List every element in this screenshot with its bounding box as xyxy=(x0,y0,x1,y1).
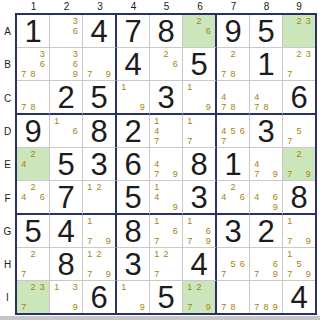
cell-A6[interactable]: 26 xyxy=(183,15,217,48)
pencil-mark-6: 6 xyxy=(171,226,180,236)
cell-G4[interactable]: 8 xyxy=(117,215,150,248)
pencil-marks: 19 xyxy=(117,281,149,313)
pencil-marks: 57 xyxy=(283,115,315,147)
pencil-mark-7: 7 xyxy=(219,269,228,279)
pencil-mark-7: 7 xyxy=(152,269,161,279)
cell-G5[interactable]: 167 xyxy=(150,215,183,248)
pencil-mark-2: 2 xyxy=(94,182,103,192)
cell-F7[interactable]: 246 xyxy=(217,181,250,215)
pencil-mark-4: 4 xyxy=(19,159,28,169)
board: 1364782695233678369794265278123778251931… xyxy=(15,13,317,315)
pencil-mark-7: 7 xyxy=(185,302,194,312)
row-labels: ABCDEFGHI xyxy=(0,15,15,313)
cell-E4[interactable]: 6 xyxy=(117,148,150,181)
cell-F8[interactable]: 469 xyxy=(250,181,283,215)
col-label-2: 2 xyxy=(50,0,83,13)
cell-B1[interactable]: 3678 xyxy=(17,48,50,81)
cell-C7[interactable]: 478 xyxy=(217,81,250,115)
pencil-mark-6: 6 xyxy=(238,192,247,202)
pencil-mark-7: 7 xyxy=(185,136,194,146)
cell-value: 7 xyxy=(124,16,141,47)
cell-value: 1 xyxy=(257,49,274,80)
cell-H8[interactable]: 679 xyxy=(250,248,283,281)
pencil-mark-9: 9 xyxy=(271,269,280,279)
pencil-marks: 237 xyxy=(283,48,315,80)
cell-value: 6 xyxy=(90,282,107,313)
cell-B3[interactable]: 79 xyxy=(83,48,117,81)
pencil-marks: 26 xyxy=(183,15,215,47)
cell-G7[interactable]: 3 xyxy=(217,215,250,248)
cell-B8[interactable]: 1 xyxy=(250,48,283,81)
pencil-mark-7: 7 xyxy=(85,269,94,279)
cell-value: 8 xyxy=(124,216,141,247)
cell-D6[interactable]: 17 xyxy=(183,115,217,148)
pencil-marks: 78 xyxy=(217,281,249,313)
pencil-mark-9: 9 xyxy=(71,69,80,79)
pencil-mark-3: 3 xyxy=(304,49,313,59)
pencil-marks: 246 xyxy=(17,181,49,213)
cell-C8[interactable]: 478 xyxy=(250,81,283,115)
pencil-mark-8: 8 xyxy=(28,69,37,79)
cell-value: 6 xyxy=(290,82,307,113)
pencil-marks: 179 xyxy=(83,215,115,247)
pencil-mark-2: 2 xyxy=(161,249,170,259)
pencil-mark-1: 1 xyxy=(185,116,194,126)
row-label-E: E xyxy=(0,148,15,181)
cell-F6[interactable]: 3 xyxy=(183,181,217,215)
pencil-mark-4: 4 xyxy=(252,92,261,102)
cell-D1[interactable]: 9 xyxy=(17,115,50,148)
cell-value: 5 xyxy=(124,182,141,213)
pencil-marks: 479 xyxy=(150,148,182,180)
cell-value: 8 xyxy=(157,16,174,47)
cell-value: 8 xyxy=(90,116,107,147)
cell-I9[interactable]: 4 xyxy=(283,281,315,313)
cell-G2[interactable]: 4 xyxy=(50,215,83,248)
cell-value: 4 xyxy=(190,249,207,280)
pencil-mark-3: 3 xyxy=(71,282,80,292)
cell-H5[interactable]: 127 xyxy=(150,248,183,281)
col-label-4: 4 xyxy=(117,0,150,13)
pencil-mark-9: 9 xyxy=(271,202,280,212)
cell-value: 8 xyxy=(190,149,207,180)
cell-C3[interactable]: 5 xyxy=(83,81,117,115)
cell-I7[interactable]: 78 xyxy=(217,281,250,313)
pencil-mark-1: 1 xyxy=(185,282,194,292)
pencil-marks: 789 xyxy=(250,281,282,313)
pencil-mark-1: 1 xyxy=(285,216,294,226)
pencil-mark-1: 1 xyxy=(119,282,128,292)
pencil-mark-7: 7 xyxy=(19,69,28,79)
cell-value: 5 xyxy=(57,149,74,180)
cell-B9[interactable]: 237 xyxy=(283,48,315,81)
pencil-mark-7: 7 xyxy=(219,69,228,79)
pencil-marks: 237 xyxy=(17,281,49,313)
col-label-7: 7 xyxy=(217,0,250,13)
cell-C5[interactable]: 3 xyxy=(150,81,183,115)
pencil-marks: 12 xyxy=(83,181,115,213)
pencil-mark-2: 2 xyxy=(28,149,37,159)
pencil-mark-7: 7 xyxy=(185,236,194,246)
cell-value: 3 xyxy=(224,216,241,247)
pencil-mark-7: 7 xyxy=(85,236,94,246)
cell-A2[interactable]: 36 xyxy=(50,15,83,48)
pencil-mark-7: 7 xyxy=(252,302,261,312)
cell-value: 3 xyxy=(257,116,274,147)
pencil-mark-7: 7 xyxy=(219,102,228,112)
pencil-marks: 1279 xyxy=(183,281,215,313)
pencil-mark-4: 4 xyxy=(152,192,161,202)
cell-A3[interactable]: 4 xyxy=(83,15,117,48)
pencil-mark-2: 2 xyxy=(161,49,170,59)
pencil-mark-6: 6 xyxy=(238,126,247,136)
row-label-I: I xyxy=(0,281,15,313)
pencil-marks: 246 xyxy=(217,181,249,213)
cell-D8[interactable]: 3 xyxy=(250,115,283,148)
cell-D7[interactable]: 4567 xyxy=(217,115,250,148)
pencil-marks: 179 xyxy=(283,215,315,247)
cell-F1[interactable]: 246 xyxy=(17,181,50,215)
pencil-mark-9: 9 xyxy=(171,169,180,179)
pencil-mark-7: 7 xyxy=(152,169,161,179)
pencil-mark-7: 7 xyxy=(19,269,28,279)
cell-H3[interactable]: 1279 xyxy=(83,248,117,281)
cell-value: 5 xyxy=(157,282,174,313)
col-label-3: 3 xyxy=(83,0,117,13)
pencil-mark-3: 3 xyxy=(71,49,80,59)
pencil-mark-7: 7 xyxy=(285,236,294,246)
pencil-marks: 23 xyxy=(283,15,315,47)
cell-H9[interactable]: 1579 xyxy=(283,248,315,281)
pencil-mark-9: 9 xyxy=(138,302,147,312)
pencil-mark-6: 6 xyxy=(204,26,213,36)
row-label-G: G xyxy=(0,215,15,248)
pencil-mark-6: 6 xyxy=(38,59,47,69)
pencil-mark-2: 2 xyxy=(194,16,203,26)
col-label-6: 6 xyxy=(183,0,217,13)
pencil-mark-7: 7 xyxy=(219,136,228,146)
pencil-marks: 27 xyxy=(17,248,49,280)
cell-H6[interactable]: 4 xyxy=(183,248,217,281)
pencil-mark-9: 9 xyxy=(271,302,280,312)
pencil-mark-9: 9 xyxy=(304,236,313,246)
cell-G8[interactable]: 2 xyxy=(250,215,283,248)
cell-G6[interactable]: 1679 xyxy=(183,215,217,248)
cell-D3[interactable]: 8 xyxy=(83,115,117,148)
row-label-H: H xyxy=(0,248,15,281)
pencil-marks: 278 xyxy=(217,48,249,80)
cell-A9[interactable]: 23 xyxy=(283,15,315,48)
cell-E6[interactable]: 8 xyxy=(183,148,217,181)
pencil-mark-8: 8 xyxy=(228,102,237,112)
pencil-mark-9: 9 xyxy=(138,102,147,112)
cell-E3[interactable]: 3 xyxy=(83,148,117,181)
pencil-mark-9: 9 xyxy=(104,69,113,79)
pencil-mark-9: 9 xyxy=(204,102,213,112)
pencil-mark-2: 2 xyxy=(294,49,303,59)
cell-H4[interactable]: 3 xyxy=(117,248,150,281)
sudoku-app: 123456789 ABCDEFGHI 13647826952336783697… xyxy=(0,0,320,320)
pencil-mark-4: 4 xyxy=(152,159,161,169)
cell-value: 4 xyxy=(57,216,74,247)
pencil-mark-1: 1 xyxy=(52,282,61,292)
pencil-mark-9: 9 xyxy=(304,169,313,179)
pencil-mark-7: 7 xyxy=(219,302,228,312)
cell-H1[interactable]: 27 xyxy=(17,248,50,281)
pencil-marks: 1679 xyxy=(183,215,215,247)
pencil-mark-7: 7 xyxy=(285,136,294,146)
pencil-mark-7: 7 xyxy=(152,236,161,246)
cell-F2[interactable]: 7 xyxy=(50,181,83,215)
pencil-mark-9: 9 xyxy=(104,236,113,246)
pencil-mark-4: 4 xyxy=(252,159,261,169)
cell-value: 3 xyxy=(157,82,174,113)
cell-A5[interactable]: 8 xyxy=(150,15,183,48)
cell-value: 5 xyxy=(24,216,41,247)
pencil-marks: 567 xyxy=(217,248,249,280)
pencil-marks: 19 xyxy=(117,81,149,113)
cell-value: 2 xyxy=(57,82,74,113)
cell-D9[interactable]: 57 xyxy=(283,115,315,148)
pencil-mark-3: 3 xyxy=(38,282,47,292)
pencil-mark-9: 9 xyxy=(304,269,313,279)
cell-value: 8 xyxy=(57,249,74,280)
column-labels: 123456789 xyxy=(17,0,315,13)
cell-value: 5 xyxy=(257,16,274,47)
pencil-mark-2: 2 xyxy=(294,149,303,159)
pencil-mark-7: 7 xyxy=(252,102,261,112)
pencil-mark-1: 1 xyxy=(152,216,161,226)
pencil-mark-9: 9 xyxy=(104,269,113,279)
pencil-mark-1: 1 xyxy=(85,249,94,259)
cell-D5[interactable]: 147 xyxy=(150,115,183,148)
pencil-mark-1: 1 xyxy=(152,116,161,126)
row-label-C: C xyxy=(0,81,15,115)
pencil-mark-1: 1 xyxy=(85,216,94,226)
cell-G1[interactable]: 5 xyxy=(17,215,50,248)
pencil-mark-6: 6 xyxy=(71,126,80,136)
pencil-marks: 4567 xyxy=(217,115,249,147)
pencil-mark-5: 5 xyxy=(294,259,303,269)
cell-E7[interactable]: 1 xyxy=(217,148,250,181)
pencil-marks: 1579 xyxy=(283,248,315,280)
row-label-B: B xyxy=(0,48,15,81)
pencil-mark-6: 6 xyxy=(271,259,280,269)
pencil-mark-1: 1 xyxy=(152,182,161,192)
pencil-marks: 167 xyxy=(150,215,182,247)
pencil-mark-7: 7 xyxy=(285,69,294,79)
pencil-mark-6: 6 xyxy=(271,192,280,202)
cell-value: 1 xyxy=(224,149,241,180)
pencil-mark-7: 7 xyxy=(85,69,94,79)
cell-E1[interactable]: 24 xyxy=(17,148,50,181)
cell-value: 9 xyxy=(224,16,241,47)
pencil-mark-4: 4 xyxy=(252,192,261,202)
cell-A1[interactable]: 1 xyxy=(17,15,50,48)
cell-F4[interactable]: 5 xyxy=(117,181,150,215)
pencil-marks: 127 xyxy=(150,248,182,280)
pencil-mark-7: 7 xyxy=(285,269,294,279)
cell-value: 3 xyxy=(90,149,107,180)
cell-value: 4 xyxy=(290,282,307,313)
cell-I2[interactable]: 139 xyxy=(50,281,83,313)
cell-value: 8 xyxy=(290,182,307,213)
pencil-marks: 369 xyxy=(50,48,82,80)
pencil-marks: 36 xyxy=(50,15,82,47)
pencil-mark-8: 8 xyxy=(261,102,270,112)
cell-I5[interactable]: 5 xyxy=(150,281,183,313)
pencil-mark-4: 4 xyxy=(219,192,228,202)
cell-D4[interactable]: 2 xyxy=(117,115,150,148)
pencil-mark-9: 9 xyxy=(204,302,213,312)
pencil-mark-5: 5 xyxy=(228,259,237,269)
cell-F5[interactable]: 149 xyxy=(150,181,183,215)
cell-G9[interactable]: 179 xyxy=(283,215,315,248)
pencil-mark-3: 3 xyxy=(38,49,47,59)
pencil-mark-7: 7 xyxy=(19,102,28,112)
pencil-marks: 1279 xyxy=(83,248,115,280)
pencil-marks: 79 xyxy=(83,48,115,80)
cell-I8[interactable]: 789 xyxy=(250,281,283,313)
pencil-marks: 478 xyxy=(250,81,282,113)
pencil-mark-3: 3 xyxy=(71,16,80,26)
cell-B6[interactable]: 5 xyxy=(183,48,217,81)
pencil-mark-2: 2 xyxy=(28,282,37,292)
pencil-marks: 469 xyxy=(250,181,282,213)
cell-C1[interactable]: 78 xyxy=(17,81,50,115)
pencil-mark-4: 4 xyxy=(219,126,228,136)
row-label-D: D xyxy=(0,115,15,148)
pencil-marks: 679 xyxy=(250,248,282,280)
pencil-mark-1: 1 xyxy=(152,249,161,259)
cell-G3[interactable]: 179 xyxy=(83,215,117,248)
cell-F9[interactable]: 8 xyxy=(283,181,315,215)
pencil-marks: 26 xyxy=(150,48,182,80)
pencil-marks: 3678 xyxy=(17,48,49,80)
cell-B2[interactable]: 369 xyxy=(50,48,83,81)
cell-value: 4 xyxy=(90,16,107,47)
pencil-marks: 279 xyxy=(283,148,315,180)
cell-value: 3 xyxy=(190,182,207,213)
pencil-marks: 149 xyxy=(150,181,182,213)
pencil-mark-1: 1 xyxy=(285,249,294,259)
pencil-mark-8: 8 xyxy=(261,302,270,312)
pencil-mark-3: 3 xyxy=(304,16,313,26)
pencil-marks: 17 xyxy=(183,115,215,147)
pencil-mark-5: 5 xyxy=(294,126,303,136)
pencil-mark-7: 7 xyxy=(285,169,294,179)
cell-E8[interactable]: 479 xyxy=(250,148,283,181)
cell-F3[interactable]: 12 xyxy=(83,181,117,215)
pencil-mark-1: 1 xyxy=(52,116,61,126)
cell-B7[interactable]: 278 xyxy=(217,48,250,81)
pencil-mark-6: 6 xyxy=(171,59,180,69)
cell-value: 5 xyxy=(190,49,207,80)
cell-value: 7 xyxy=(57,182,74,213)
cell-value: 3 xyxy=(124,249,141,280)
pencil-marks: 478 xyxy=(217,81,249,113)
cell-B5[interactable]: 26 xyxy=(150,48,183,81)
pencil-mark-4: 4 xyxy=(152,126,161,136)
cell-C6[interactable]: 19 xyxy=(183,81,217,115)
pencil-mark-1: 1 xyxy=(85,182,94,192)
pencil-mark-2: 2 xyxy=(228,49,237,59)
pencil-mark-6: 6 xyxy=(38,192,47,202)
col-label-8: 8 xyxy=(250,0,283,13)
pencil-mark-1: 1 xyxy=(185,82,194,92)
cell-I3[interactable]: 6 xyxy=(83,281,117,313)
pencil-mark-6: 6 xyxy=(204,226,213,236)
cell-B4[interactable]: 4 xyxy=(117,48,150,81)
pencil-mark-6: 6 xyxy=(71,59,80,69)
pencil-marks: 19 xyxy=(183,81,215,113)
pencil-mark-5: 5 xyxy=(228,126,237,136)
pencil-marks: 139 xyxy=(50,281,82,313)
pencil-mark-4: 4 xyxy=(219,92,228,102)
cell-H7[interactable]: 567 xyxy=(217,248,250,281)
cell-I1[interactable]: 237 xyxy=(17,281,50,313)
cell-C4[interactable]: 19 xyxy=(117,81,150,115)
cell-C9[interactable]: 6 xyxy=(283,81,315,115)
col-label-5: 5 xyxy=(150,0,183,13)
cell-I6[interactable]: 1279 xyxy=(183,281,217,313)
pencil-mark-9: 9 xyxy=(271,169,280,179)
cell-value: 4 xyxy=(124,49,141,80)
pencil-mark-7: 7 xyxy=(252,269,261,279)
cell-I4[interactable]: 19 xyxy=(117,281,150,313)
pencil-mark-8: 8 xyxy=(228,69,237,79)
pencil-marks: 16 xyxy=(50,115,82,147)
pencil-mark-2: 2 xyxy=(28,182,37,192)
pencil-mark-2: 2 xyxy=(294,16,303,26)
pencil-mark-6: 6 xyxy=(238,259,247,269)
cell-A8[interactable]: 5 xyxy=(250,15,283,48)
cell-C2[interactable]: 2 xyxy=(50,81,83,115)
pencil-mark-2: 2 xyxy=(28,249,37,259)
row-label-A: A xyxy=(0,15,15,48)
pencil-mark-7: 7 xyxy=(252,169,261,179)
cell-value: 1 xyxy=(24,16,41,47)
pencil-mark-2: 2 xyxy=(94,249,103,259)
pencil-mark-9: 9 xyxy=(204,236,213,246)
pencil-mark-8: 8 xyxy=(228,302,237,312)
cell-H2[interactable]: 8 xyxy=(50,248,83,281)
col-label-9: 9 xyxy=(283,0,315,13)
pencil-mark-7: 7 xyxy=(19,302,28,312)
pencil-mark-1: 1 xyxy=(119,82,128,92)
pencil-mark-1: 1 xyxy=(185,216,194,226)
pencil-mark-7: 7 xyxy=(152,136,161,146)
cell-E2[interactable]: 5 xyxy=(50,148,83,181)
pencil-mark-4: 4 xyxy=(19,192,28,202)
col-label-1: 1 xyxy=(17,0,50,13)
cell-value: 9 xyxy=(24,116,41,147)
pencil-marks: 479 xyxy=(250,148,282,180)
cell-A4[interactable]: 7 xyxy=(117,15,150,48)
cell-A7[interactable]: 9 xyxy=(217,15,250,48)
cell-D2[interactable]: 16 xyxy=(50,115,83,148)
cell-value: 5 xyxy=(90,82,107,113)
cell-value: 6 xyxy=(124,149,141,180)
cell-E5[interactable]: 479 xyxy=(150,148,183,181)
pencil-mark-9: 9 xyxy=(71,302,80,312)
pencil-mark-2: 2 xyxy=(194,282,203,292)
cell-value: 2 xyxy=(124,116,141,147)
pencil-mark-6: 6 xyxy=(71,26,80,36)
cell-value: 2 xyxy=(257,216,274,247)
cell-E9[interactable]: 279 xyxy=(283,148,315,181)
pencil-marks: 78 xyxy=(17,81,49,113)
